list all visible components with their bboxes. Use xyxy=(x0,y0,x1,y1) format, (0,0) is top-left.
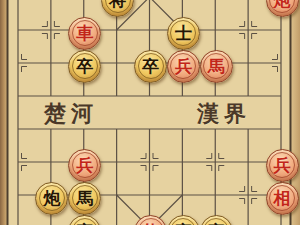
piece-character: 炮 xyxy=(274,0,291,16)
piece-character: 将 xyxy=(109,0,126,16)
piece-red-elephant[interactable]: 相 xyxy=(266,182,299,215)
piece-black-general[interactable]: 将 xyxy=(101,0,134,17)
piece-black-piece-cut[interactable]: 卒 xyxy=(167,215,200,226)
piece-character: 炮 xyxy=(43,183,60,214)
piece-red-soldier[interactable]: 兵 xyxy=(68,149,101,182)
piece-character: 卒 xyxy=(175,216,192,226)
piece-character: 兵 xyxy=(175,51,192,82)
piece-character: 馬 xyxy=(208,51,225,82)
piece-character: 兵 xyxy=(76,150,93,181)
piece-black-horse[interactable]: 馬 xyxy=(68,182,101,215)
piece-red-advisor[interactable]: 仕 xyxy=(134,215,167,226)
piece-character: 車 xyxy=(76,18,93,49)
piece-black-piece-cut[interactable]: 卒 xyxy=(68,215,101,226)
piece-character: 兵 xyxy=(274,150,291,181)
piece-character: 馬 xyxy=(76,183,93,214)
piece-black-cannon[interactable]: 炮 xyxy=(35,182,68,215)
piece-character: 卒 xyxy=(76,216,93,226)
piece-character: 卒 xyxy=(208,216,225,226)
piece-red-soldier[interactable]: 兵 xyxy=(266,149,299,182)
xiangqi-board: 楚河 漢界 将炮車士卒卒兵馬兵兵炮馬相卒仕卒卒 xyxy=(0,0,300,225)
piece-black-advisor[interactable]: 士 xyxy=(167,17,200,50)
piece-red-soldier[interactable]: 兵 xyxy=(167,50,200,83)
piece-red-horse[interactable]: 馬 xyxy=(200,50,233,83)
piece-character: 仕 xyxy=(142,216,159,226)
piece-character: 卒 xyxy=(76,51,93,82)
piece-black-piece-cut[interactable]: 卒 xyxy=(200,215,233,226)
piece-red-chariot[interactable]: 車 xyxy=(68,17,101,50)
piece-red-cannon[interactable]: 炮 xyxy=(266,0,299,17)
piece-black-soldier[interactable]: 卒 xyxy=(68,50,101,83)
pieces-layer: 将炮車士卒卒兵馬兵兵炮馬相卒仕卒卒 xyxy=(0,0,300,225)
piece-black-soldier[interactable]: 卒 xyxy=(134,50,167,83)
piece-character: 士 xyxy=(175,18,192,49)
piece-character: 卒 xyxy=(142,51,159,82)
piece-character: 相 xyxy=(274,183,291,214)
